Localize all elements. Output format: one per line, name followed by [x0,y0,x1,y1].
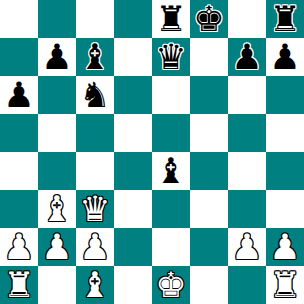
square-f2[interactable] [190,228,228,266]
square-e2[interactable] [152,228,190,266]
square-a2[interactable]: ♟ [0,228,38,266]
square-h4[interactable] [266,152,304,190]
square-b3[interactable]: ♝ [38,190,76,228]
square-d4[interactable] [114,152,152,190]
black-bishop[interactable]: ♝ [79,38,110,76]
square-c5[interactable] [76,114,114,152]
square-h7[interactable]: ♟ [266,38,304,76]
square-h2[interactable]: ♟ [266,228,304,266]
square-e5[interactable] [152,114,190,152]
square-e6[interactable] [152,76,190,114]
black-pawn[interactable]: ♟ [231,38,262,76]
square-d2[interactable] [114,228,152,266]
black-bishop[interactable]: ♝ [155,152,186,190]
square-d3[interactable] [114,190,152,228]
square-c3[interactable]: ♛ [76,190,114,228]
black-knight[interactable]: ♞ [79,76,110,114]
square-c4[interactable] [76,152,114,190]
white-bishop[interactable]: ♝ [41,190,72,228]
square-b5[interactable] [38,114,76,152]
black-pawn[interactable]: ♟ [269,38,300,76]
square-f8[interactable]: ♚ [190,0,228,38]
square-a4[interactable] [0,152,38,190]
square-g4[interactable] [228,152,266,190]
square-g6[interactable] [228,76,266,114]
white-pawn[interactable]: ♟ [269,228,300,266]
white-rook[interactable]: ♜ [3,266,34,304]
square-e3[interactable] [152,190,190,228]
white-pawn[interactable]: ♟ [41,228,72,266]
square-f3[interactable] [190,190,228,228]
black-pawn[interactable]: ♟ [41,38,72,76]
square-a5[interactable] [0,114,38,152]
square-e7[interactable]: ♛ [152,38,190,76]
square-c2[interactable]: ♟ [76,228,114,266]
square-a6[interactable]: ♟ [0,76,38,114]
square-c1[interactable]: ♝ [76,266,114,304]
square-a8[interactable] [0,0,38,38]
square-e4[interactable]: ♝ [152,152,190,190]
square-g8[interactable] [228,0,266,38]
white-queen[interactable]: ♛ [79,190,110,228]
white-king[interactable]: ♚ [155,266,186,304]
square-g2[interactable]: ♟ [228,228,266,266]
square-d1[interactable] [114,266,152,304]
white-pawn[interactable]: ♟ [79,228,110,266]
white-bishop[interactable]: ♝ [79,266,110,304]
white-pawn[interactable]: ♟ [231,228,262,266]
square-h1[interactable]: ♜ [266,266,304,304]
chess-board: ♜♚♜♟♝♛♟♟♟♞♝♝♛♟♟♟♟♟♜♝♚♜ [0,0,304,304]
square-b2[interactable]: ♟ [38,228,76,266]
square-g1[interactable] [228,266,266,304]
black-queen[interactable]: ♛ [155,38,186,76]
square-b8[interactable] [38,0,76,38]
white-rook[interactable]: ♜ [269,266,300,304]
square-h3[interactable] [266,190,304,228]
square-b6[interactable] [38,76,76,114]
square-c7[interactable]: ♝ [76,38,114,76]
square-f4[interactable] [190,152,228,190]
square-c6[interactable]: ♞ [76,76,114,114]
square-h8[interactable]: ♜ [266,0,304,38]
square-a3[interactable] [0,190,38,228]
square-f5[interactable] [190,114,228,152]
black-pawn[interactable]: ♟ [3,76,34,114]
square-g5[interactable] [228,114,266,152]
square-b1[interactable] [38,266,76,304]
square-c8[interactable] [76,0,114,38]
black-rook[interactable]: ♜ [269,0,300,38]
square-d7[interactable] [114,38,152,76]
square-e1[interactable]: ♚ [152,266,190,304]
square-f7[interactable] [190,38,228,76]
square-f6[interactable] [190,76,228,114]
square-a7[interactable] [0,38,38,76]
square-h5[interactable] [266,114,304,152]
square-g7[interactable]: ♟ [228,38,266,76]
square-f1[interactable] [190,266,228,304]
square-h6[interactable] [266,76,304,114]
square-e8[interactable]: ♜ [152,0,190,38]
white-pawn[interactable]: ♟ [3,228,34,266]
black-king[interactable]: ♚ [193,0,224,38]
square-b7[interactable]: ♟ [38,38,76,76]
square-d5[interactable] [114,114,152,152]
square-a1[interactable]: ♜ [0,266,38,304]
square-g3[interactable] [228,190,266,228]
black-rook[interactable]: ♜ [155,0,186,38]
square-d8[interactable] [114,0,152,38]
square-d6[interactable] [114,76,152,114]
square-b4[interactable] [38,152,76,190]
